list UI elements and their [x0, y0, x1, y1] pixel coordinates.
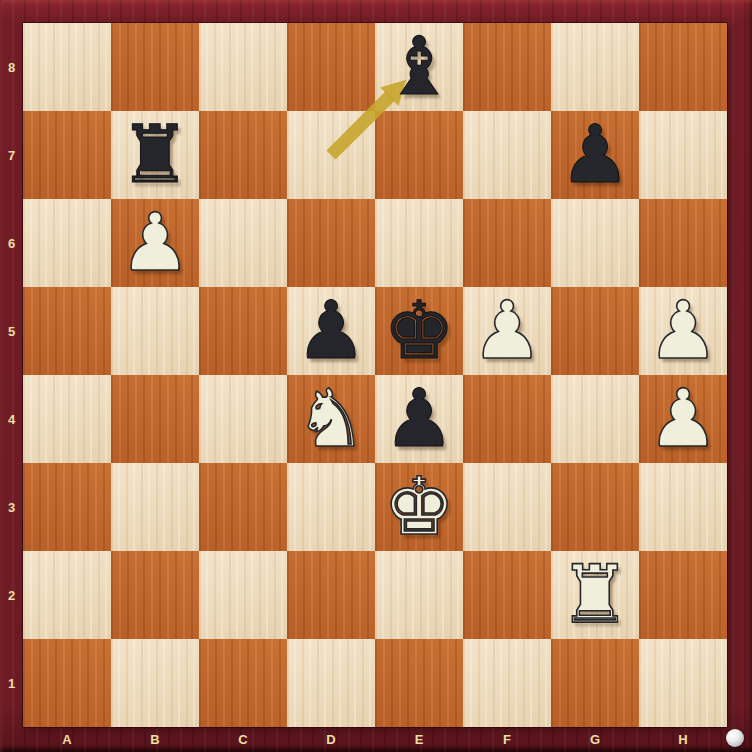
square-e1[interactable]: [375, 639, 463, 727]
square-e5[interactable]: ♚: [375, 287, 463, 375]
rank-label: 7: [0, 111, 23, 199]
square-e4[interactable]: ♟: [375, 375, 463, 463]
square-b6[interactable]: ♟: [111, 199, 199, 287]
square-b4[interactable]: [111, 375, 199, 463]
file-labels: ABCDEFGH: [23, 727, 727, 752]
square-d4[interactable]: ♞: [287, 375, 375, 463]
square-a6[interactable]: [23, 199, 111, 287]
square-c5[interactable]: [199, 287, 287, 375]
square-a1[interactable]: [23, 639, 111, 727]
square-f6[interactable]: [463, 199, 551, 287]
square-d1[interactable]: [287, 639, 375, 727]
piece-black-king[interactable]: ♚: [383, 287, 455, 375]
square-f3[interactable]: [463, 463, 551, 551]
square-b7[interactable]: ♜: [111, 111, 199, 199]
file-label: B: [111, 727, 199, 752]
square-a2[interactable]: [23, 551, 111, 639]
square-a4[interactable]: [23, 375, 111, 463]
white-to-move-indicator: [726, 729, 744, 747]
file-label: C: [199, 727, 287, 752]
rank-labels: 87654321: [0, 23, 23, 727]
rank-label: 2: [0, 551, 23, 639]
square-b1[interactable]: [111, 639, 199, 727]
rank-label: 1: [0, 639, 23, 727]
square-g5[interactable]: [551, 287, 639, 375]
square-h1[interactable]: [639, 639, 727, 727]
square-b2[interactable]: [111, 551, 199, 639]
rank-label: 6: [0, 199, 23, 287]
file-label: H: [639, 727, 727, 752]
piece-black-pawn[interactable]: ♟: [559, 111, 631, 199]
rank-label: 8: [0, 23, 23, 111]
file-label: G: [551, 727, 639, 752]
piece-white-rook[interactable]: ♜: [559, 551, 631, 639]
square-e6[interactable]: [375, 199, 463, 287]
square-c2[interactable]: [199, 551, 287, 639]
piece-white-knight[interactable]: ♞: [295, 375, 367, 463]
piece-white-king[interactable]: ♚: [383, 463, 455, 551]
file-label: F: [463, 727, 551, 752]
square-d5[interactable]: ♟: [287, 287, 375, 375]
board: ♝♜♟♟♟♚♟♟♞♟♟♚♜: [23, 23, 727, 727]
square-c3[interactable]: [199, 463, 287, 551]
square-g7[interactable]: ♟: [551, 111, 639, 199]
square-g2[interactable]: ♜: [551, 551, 639, 639]
square-e7[interactable]: [375, 111, 463, 199]
square-h8[interactable]: [639, 23, 727, 111]
square-f2[interactable]: [463, 551, 551, 639]
square-a8[interactable]: [23, 23, 111, 111]
square-g3[interactable]: [551, 463, 639, 551]
square-d8[interactable]: [287, 23, 375, 111]
square-f8[interactable]: [463, 23, 551, 111]
square-h2[interactable]: [639, 551, 727, 639]
square-b3[interactable]: [111, 463, 199, 551]
piece-black-rook[interactable]: ♜: [119, 111, 191, 199]
square-e3[interactable]: ♚: [375, 463, 463, 551]
square-f7[interactable]: [463, 111, 551, 199]
square-c1[interactable]: [199, 639, 287, 727]
file-label: D: [287, 727, 375, 752]
square-b8[interactable]: [111, 23, 199, 111]
rank-label: 3: [0, 463, 23, 551]
square-c8[interactable]: [199, 23, 287, 111]
square-h4[interactable]: ♟: [639, 375, 727, 463]
square-c4[interactable]: [199, 375, 287, 463]
square-h3[interactable]: [639, 463, 727, 551]
piece-black-pawn[interactable]: ♟: [383, 375, 455, 463]
board-frame: ♝♜♟♟♟♚♟♟♞♟♟♚♜ 87654321 ABCDEFGH: [0, 0, 752, 752]
square-c7[interactable]: [199, 111, 287, 199]
square-f1[interactable]: [463, 639, 551, 727]
square-e8[interactable]: ♝: [375, 23, 463, 111]
square-e2[interactable]: [375, 551, 463, 639]
file-label: E: [375, 727, 463, 752]
square-f4[interactable]: [463, 375, 551, 463]
piece-white-pawn[interactable]: ♟: [647, 287, 719, 375]
square-c6[interactable]: [199, 199, 287, 287]
piece-black-pawn[interactable]: ♟: [295, 287, 367, 375]
square-g1[interactable]: [551, 639, 639, 727]
square-a7[interactable]: [23, 111, 111, 199]
rank-label: 4: [0, 375, 23, 463]
file-label: A: [23, 727, 111, 752]
piece-white-pawn[interactable]: ♟: [471, 287, 543, 375]
square-g6[interactable]: [551, 199, 639, 287]
square-d2[interactable]: [287, 551, 375, 639]
square-b5[interactable]: [111, 287, 199, 375]
piece-white-pawn[interactable]: ♟: [119, 199, 191, 287]
square-h6[interactable]: [639, 199, 727, 287]
piece-black-bishop[interactable]: ♝: [383, 23, 455, 111]
square-g8[interactable]: [551, 23, 639, 111]
square-d6[interactable]: [287, 199, 375, 287]
rank-label: 5: [0, 287, 23, 375]
square-d7[interactable]: [287, 111, 375, 199]
square-h7[interactable]: [639, 111, 727, 199]
square-f5[interactable]: ♟: [463, 287, 551, 375]
square-a5[interactable]: [23, 287, 111, 375]
square-d3[interactable]: [287, 463, 375, 551]
square-h5[interactable]: ♟: [639, 287, 727, 375]
square-g4[interactable]: [551, 375, 639, 463]
square-a3[interactable]: [23, 463, 111, 551]
piece-white-pawn[interactable]: ♟: [647, 375, 719, 463]
